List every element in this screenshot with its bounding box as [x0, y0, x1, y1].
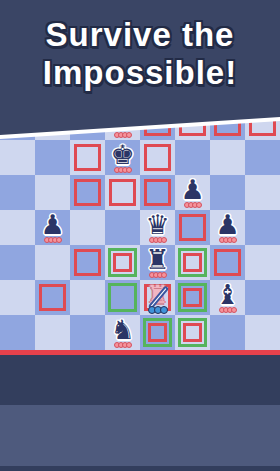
- bottom-strip: [0, 466, 280, 471]
- square-r7c1[interactable]: [0, 315, 35, 350]
- red-capture-outline: [74, 144, 101, 171]
- red-capture-outline: [144, 179, 171, 206]
- piece-knight: ♞: [105, 315, 140, 350]
- red-capture-outline-inner: [183, 323, 202, 342]
- piece-glyph: ♟: [40, 211, 64, 238]
- square-r2c1[interactable]: [0, 140, 35, 175]
- square-r2c5[interactable]: [140, 140, 175, 175]
- square-r2c7[interactable]: [210, 140, 245, 175]
- square-r6c6[interactable]: [175, 280, 210, 315]
- square-r3c7[interactable]: [210, 175, 245, 210]
- red-divider: [0, 350, 280, 355]
- board: ♚♟♟♛♟♜♜♝♞: [0, 105, 280, 350]
- claw-dot: [126, 132, 132, 138]
- square-r7c2[interactable]: [35, 315, 70, 350]
- square-r3c3[interactable]: [70, 175, 105, 210]
- claw-dot: [126, 342, 132, 348]
- piece-base: [45, 237, 61, 243]
- green-move-outline: [178, 283, 207, 312]
- square-r4c3[interactable]: [70, 210, 105, 245]
- square-r7c5[interactable]: [140, 315, 175, 350]
- red-capture-outline-inner: [183, 288, 202, 307]
- square-r6c3[interactable]: [70, 280, 105, 315]
- piece-glyph: ♟: [215, 211, 239, 238]
- square-r5c7[interactable]: [210, 245, 245, 280]
- red-capture-outline: [144, 144, 171, 171]
- square-r2c3[interactable]: [70, 140, 105, 175]
- claw-dot: [161, 272, 167, 278]
- square-r3c8[interactable]: [245, 175, 280, 210]
- exp-zone: 60 / 70 exp: [0, 355, 280, 405]
- square-r6c2[interactable]: [35, 280, 70, 315]
- piece-pawn: ♟: [210, 210, 245, 245]
- hp-dots: [149, 306, 167, 314]
- square-r3c5[interactable]: [140, 175, 175, 210]
- green-move-outline: [108, 248, 137, 277]
- square-r4c8[interactable]: [245, 210, 280, 245]
- square-r3c4[interactable]: [105, 175, 140, 210]
- hp-dot: [160, 306, 168, 314]
- piece-glyph: ♜: [145, 246, 169, 273]
- square-r4c7[interactable]: ♟: [210, 210, 245, 245]
- square-r6c5[interactable]: ♜: [140, 280, 175, 315]
- piece-pawn: ♟: [35, 210, 70, 245]
- square-r6c1[interactable]: [0, 280, 35, 315]
- square-r5c4[interactable]: [105, 245, 140, 280]
- piece-glyph: ♚: [110, 141, 134, 168]
- game-screen: ♚♟♟♛♟♜♜♝♞ Survive the Impossible! 60 / 7…: [0, 0, 280, 471]
- square-r5c3[interactable]: [70, 245, 105, 280]
- piece-base: [115, 342, 131, 348]
- red-capture-outline: [74, 179, 101, 206]
- square-r7c3[interactable]: [70, 315, 105, 350]
- claw-dot: [231, 237, 237, 243]
- piece-base: [185, 202, 201, 208]
- green-move-outline: [143, 318, 172, 347]
- piece-base: [220, 237, 236, 243]
- piece-bishop: ♝: [210, 280, 245, 315]
- square-r4c4[interactable]: [105, 210, 140, 245]
- page-title: Survive the Impossible!: [0, 16, 280, 92]
- title-line-2: Impossible!: [0, 54, 280, 92]
- red-capture-outline: [39, 284, 66, 311]
- claw-dot: [126, 167, 132, 173]
- square-r6c4[interactable]: [105, 280, 140, 315]
- square-r5c6[interactable]: [175, 245, 210, 280]
- red-capture-outline: [214, 249, 241, 276]
- square-r7c7[interactable]: [210, 315, 245, 350]
- piece-rook: ♜: [140, 245, 175, 280]
- attacked-piece: ♜: [140, 280, 175, 315]
- square-r7c4[interactable]: ♞: [105, 315, 140, 350]
- square-r5c8[interactable]: [245, 245, 280, 280]
- square-r5c1[interactable]: [0, 245, 35, 280]
- red-capture-outline-inner: [113, 253, 132, 272]
- square-r3c2[interactable]: [35, 175, 70, 210]
- square-r2c6[interactable]: [175, 140, 210, 175]
- square-r4c5[interactable]: ♛: [140, 210, 175, 245]
- hidden-piece-base: [115, 132, 131, 138]
- square-r4c2[interactable]: ♟: [35, 210, 70, 245]
- green-move-outline: [178, 318, 207, 347]
- square-r5c5[interactable]: ♜: [140, 245, 175, 280]
- red-capture-outline-inner: [183, 253, 202, 272]
- square-r7c6[interactable]: [175, 315, 210, 350]
- green-move-outline: [108, 283, 137, 312]
- green-move-outline: [178, 248, 207, 277]
- claw-dot: [196, 202, 202, 208]
- piece-glyph: ♞: [110, 316, 134, 343]
- square-r2c4[interactable]: ♚: [105, 140, 140, 175]
- square-r2c8[interactable]: [245, 140, 280, 175]
- piece-pawn: ♟: [175, 175, 210, 210]
- square-r2c2[interactable]: [35, 140, 70, 175]
- piece-glyph: ♟: [180, 176, 204, 203]
- square-r6c8[interactable]: [245, 280, 280, 315]
- square-r3c1[interactable]: [0, 175, 35, 210]
- red-capture-outline: [179, 214, 206, 241]
- piece-base: [115, 167, 131, 173]
- square-r7c8[interactable]: [245, 315, 280, 350]
- piece-tray: ♜ ♞: [0, 405, 280, 466]
- square-r6c7[interactable]: ♝: [210, 280, 245, 315]
- square-r3c6[interactable]: ♟: [175, 175, 210, 210]
- piece-base: [150, 237, 166, 243]
- claw-dot: [161, 237, 167, 243]
- square-r4c1[interactable]: [0, 210, 35, 245]
- claw-dot: [231, 307, 237, 313]
- square-r4c6[interactable]: [175, 210, 210, 245]
- piece-queen: ♛: [140, 210, 175, 245]
- piece-glyph: ♛: [145, 211, 169, 238]
- square-r5c2[interactable]: [35, 245, 70, 280]
- red-capture-outline-inner: [148, 323, 167, 342]
- title-line-1: Survive the: [0, 16, 280, 54]
- piece-base: [220, 307, 236, 313]
- red-capture-outline: [74, 249, 101, 276]
- claw-dot: [56, 237, 62, 243]
- piece-king: ♚: [105, 140, 140, 175]
- piece-base: [150, 272, 166, 278]
- piece-glyph: ♝: [215, 281, 239, 308]
- red-capture-outline: [109, 179, 136, 206]
